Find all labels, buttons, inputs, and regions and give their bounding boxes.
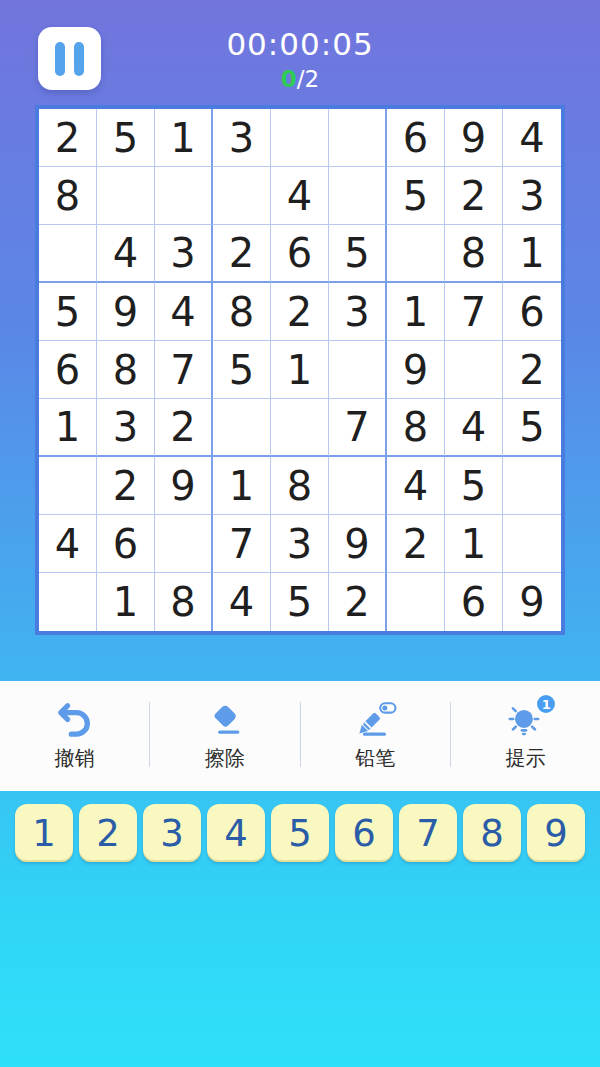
cell-r6c5[interactable] bbox=[271, 399, 329, 457]
cell-r9c8[interactable]: 6 bbox=[445, 573, 503, 631]
cell-r3c5[interactable]: 6 bbox=[271, 225, 329, 283]
cell-r7c3[interactable]: 9 bbox=[155, 457, 213, 515]
cell-r4c6[interactable]: 3 bbox=[329, 283, 387, 341]
cell-r4c7[interactable]: 1 bbox=[387, 283, 445, 341]
cell-r3c6[interactable]: 5 bbox=[329, 225, 387, 283]
cell-r7c7[interactable]: 4 bbox=[387, 457, 445, 515]
cell-r7c8[interactable]: 5 bbox=[445, 457, 503, 515]
pencil-button[interactable]: 铅笔 bbox=[301, 681, 450, 791]
cell-r5c6[interactable] bbox=[329, 341, 387, 399]
cell-r4c5[interactable]: 2 bbox=[271, 283, 329, 341]
cell-r3c3[interactable]: 3 bbox=[155, 225, 213, 283]
cell-r7c2[interactable]: 2 bbox=[97, 457, 155, 515]
pencil-toggle-icon bbox=[352, 700, 398, 740]
cell-r8c1[interactable]: 4 bbox=[39, 515, 97, 573]
cell-r1c1[interactable]: 2 bbox=[39, 109, 97, 167]
cell-r6c9[interactable]: 5 bbox=[503, 399, 561, 457]
cell-r6c3[interactable]: 2 bbox=[155, 399, 213, 457]
cell-r1c4[interactable]: 3 bbox=[213, 109, 271, 167]
cell-r6c4[interactable] bbox=[213, 399, 271, 457]
cell-r4c9[interactable]: 6 bbox=[503, 283, 561, 341]
undo-label: 撤销 bbox=[55, 745, 95, 772]
pencil-label: 铅笔 bbox=[355, 745, 395, 772]
hint-label: 提示 bbox=[505, 745, 545, 772]
cell-r8c5[interactable]: 3 bbox=[271, 515, 329, 573]
cell-r2c8[interactable]: 2 bbox=[445, 167, 503, 225]
numpad-key-4[interactable]: 4 bbox=[207, 804, 265, 862]
numpad-key-6[interactable]: 6 bbox=[335, 804, 393, 862]
top-bar: 00:00:05 0/2 bbox=[0, 0, 600, 105]
eraser-icon bbox=[202, 700, 248, 740]
cell-r9c7[interactable] bbox=[387, 573, 445, 631]
cell-r2c3[interactable] bbox=[155, 167, 213, 225]
hint-count-badge: 1 bbox=[535, 693, 557, 715]
cell-r4c4[interactable]: 8 bbox=[213, 283, 271, 341]
cell-r2c1[interactable]: 8 bbox=[39, 167, 97, 225]
cell-r8c3[interactable] bbox=[155, 515, 213, 573]
numpad-key-3[interactable]: 3 bbox=[143, 804, 201, 862]
cell-r5c5[interactable]: 1 bbox=[271, 341, 329, 399]
cell-r3c7[interactable] bbox=[387, 225, 445, 283]
cell-r3c4[interactable]: 2 bbox=[213, 225, 271, 283]
cell-r2c4[interactable] bbox=[213, 167, 271, 225]
cell-r6c1[interactable]: 1 bbox=[39, 399, 97, 457]
cell-r3c2[interactable]: 4 bbox=[97, 225, 155, 283]
cell-r7c5[interactable]: 8 bbox=[271, 457, 329, 515]
cell-r1c9[interactable]: 4 bbox=[503, 109, 561, 167]
cell-r4c1[interactable]: 5 bbox=[39, 283, 97, 341]
cell-r1c5[interactable] bbox=[271, 109, 329, 167]
cell-r7c4[interactable]: 1 bbox=[213, 457, 271, 515]
cell-r2c5[interactable]: 4 bbox=[271, 167, 329, 225]
cell-r6c2[interactable]: 3 bbox=[97, 399, 155, 457]
numpad-key-8[interactable]: 8 bbox=[463, 804, 521, 862]
cell-r5c1[interactable]: 6 bbox=[39, 341, 97, 399]
cell-r9c4[interactable]: 4 bbox=[213, 573, 271, 631]
cell-r2c7[interactable]: 5 bbox=[387, 167, 445, 225]
cell-r7c1[interactable] bbox=[39, 457, 97, 515]
cell-r8c8[interactable]: 1 bbox=[445, 515, 503, 573]
cell-r5c7[interactable]: 9 bbox=[387, 341, 445, 399]
cell-r1c8[interactable]: 9 bbox=[445, 109, 503, 167]
cell-r8c4[interactable]: 7 bbox=[213, 515, 271, 573]
lightbulb-icon: 1 bbox=[502, 700, 548, 740]
sudoku-app-screen: 00:00:05 0/2 251369484523432658159482317… bbox=[0, 0, 600, 1067]
sudoku-board: 2513694845234326581594823176687519213278… bbox=[35, 105, 565, 635]
cell-r5c4[interactable]: 5 bbox=[213, 341, 271, 399]
undo-button[interactable]: 撤销 bbox=[0, 681, 149, 791]
cell-r1c7[interactable]: 6 bbox=[387, 109, 445, 167]
numpad-key-9[interactable]: 9 bbox=[527, 804, 585, 862]
cell-r2c2[interactable] bbox=[97, 167, 155, 225]
cell-r3c8[interactable]: 8 bbox=[445, 225, 503, 283]
cell-r3c9[interactable]: 1 bbox=[503, 225, 561, 283]
numpad-key-1[interactable]: 1 bbox=[15, 804, 73, 862]
mistakes-counter: 0/2 bbox=[0, 66, 600, 92]
cell-r4c2[interactable]: 9 bbox=[97, 283, 155, 341]
cell-r1c3[interactable]: 1 bbox=[155, 109, 213, 167]
cell-r9c9[interactable]: 9 bbox=[503, 573, 561, 631]
cell-r5c9[interactable]: 2 bbox=[503, 341, 561, 399]
cell-r9c6[interactable]: 2 bbox=[329, 573, 387, 631]
cell-r5c8[interactable] bbox=[445, 341, 503, 399]
cell-r7c6[interactable] bbox=[329, 457, 387, 515]
cell-r8c9[interactable] bbox=[503, 515, 561, 573]
cell-r6c8[interactable]: 4 bbox=[445, 399, 503, 457]
cell-r1c2[interactable]: 5 bbox=[97, 109, 155, 167]
erase-label: 擦除 bbox=[205, 745, 245, 772]
cell-r8c6[interactable]: 9 bbox=[329, 515, 387, 573]
number-pad: 123456789 bbox=[0, 804, 600, 862]
cell-r5c2[interactable]: 8 bbox=[97, 341, 155, 399]
cell-r9c2[interactable]: 1 bbox=[97, 573, 155, 631]
hint-button[interactable]: 1 提示 bbox=[451, 681, 600, 791]
mistakes-current: 0 bbox=[281, 66, 297, 92]
cell-r8c7[interactable]: 2 bbox=[387, 515, 445, 573]
cell-r4c3[interactable]: 4 bbox=[155, 283, 213, 341]
numpad-key-5[interactable]: 5 bbox=[271, 804, 329, 862]
cell-r9c1[interactable] bbox=[39, 573, 97, 631]
cell-r2c9[interactable]: 3 bbox=[503, 167, 561, 225]
cell-r8c2[interactable]: 6 bbox=[97, 515, 155, 573]
cell-r1c6[interactable] bbox=[329, 109, 387, 167]
cell-r9c5[interactable]: 5 bbox=[271, 573, 329, 631]
cell-r6c6[interactable]: 7 bbox=[329, 399, 387, 457]
cell-r4c8[interactable]: 7 bbox=[445, 283, 503, 341]
undo-icon bbox=[52, 700, 98, 740]
mistakes-max: /2 bbox=[297, 66, 319, 92]
cell-r9c3[interactable]: 8 bbox=[155, 573, 213, 631]
toolbar: 撤销 擦除 bbox=[0, 681, 600, 791]
cell-r3c1[interactable] bbox=[39, 225, 97, 283]
cell-r6c7[interactable]: 8 bbox=[387, 399, 445, 457]
cell-r5c3[interactable]: 7 bbox=[155, 341, 213, 399]
game-timer: 00:00:05 bbox=[0, 26, 600, 62]
cell-r7c9[interactable] bbox=[503, 457, 561, 515]
cell-r2c6[interactable] bbox=[329, 167, 387, 225]
erase-button[interactable]: 擦除 bbox=[150, 681, 299, 791]
numpad-key-2[interactable]: 2 bbox=[79, 804, 137, 862]
numpad-key-7[interactable]: 7 bbox=[399, 804, 457, 862]
